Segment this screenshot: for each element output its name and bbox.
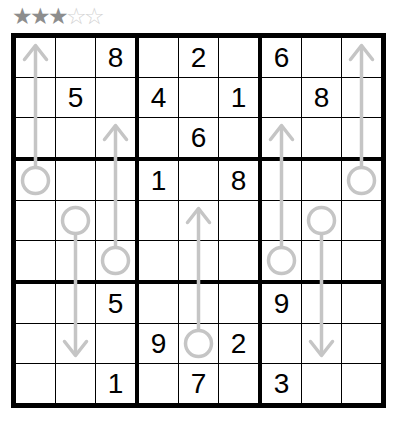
cell-r2c4[interactable]: 4 — [139, 78, 179, 118]
cell-r3c8[interactable] — [302, 118, 342, 161]
cell-r9c1[interactable] — [16, 364, 56, 403]
cell-r7c2[interactable] — [56, 284, 96, 324]
cell-r4c9[interactable] — [342, 161, 381, 201]
cell-r3c5[interactable]: 6 — [179, 118, 219, 161]
cell-r7c5[interactable] — [179, 284, 219, 324]
cell-r7c6[interactable] — [219, 284, 262, 324]
cell-r2c6[interactable]: 1 — [219, 78, 262, 118]
cell-r1c4[interactable] — [139, 38, 179, 78]
cell-r3c3[interactable] — [96, 118, 139, 161]
cell-r6c5[interactable] — [179, 241, 219, 284]
cell-r4c3[interactable] — [96, 161, 139, 201]
cell-r8c4[interactable]: 9 — [139, 324, 179, 364]
cell-r8c9[interactable] — [342, 324, 381, 364]
cell-r2c2[interactable]: 5 — [56, 78, 96, 118]
cell-r6c3[interactable] — [96, 241, 139, 284]
cell-r1c8[interactable] — [302, 38, 342, 78]
cell-r7c7[interactable]: 9 — [262, 284, 302, 324]
cell-r4c6[interactable]: 8 — [219, 161, 262, 201]
cell-r9c2[interactable] — [56, 364, 96, 403]
cell-r3c7[interactable] — [262, 118, 302, 161]
cell-r6c1[interactable] — [16, 241, 56, 284]
cell-r7c3[interactable]: 5 — [96, 284, 139, 324]
cell-r6c9[interactable] — [342, 241, 381, 284]
cell-r5c2[interactable] — [56, 201, 96, 241]
cell-r3c1[interactable] — [16, 118, 56, 161]
cell-r6c2[interactable] — [56, 241, 96, 284]
cell-r5c8[interactable] — [302, 201, 342, 241]
cell-r8c3[interactable] — [96, 324, 139, 364]
cell-r7c8[interactable] — [302, 284, 342, 324]
cell-r1c3[interactable]: 8 — [96, 38, 139, 78]
cell-r9c8[interactable] — [302, 364, 342, 403]
cell-r8c2[interactable] — [56, 324, 96, 364]
cell-r2c7[interactable] — [262, 78, 302, 118]
cell-r9c3[interactable]: 1 — [96, 364, 139, 403]
sudoku-grid: 82654186185992173 — [16, 38, 381, 403]
cell-r5c5[interactable] — [179, 201, 219, 241]
cell-r4c7[interactable] — [262, 161, 302, 201]
star-filled-icon: ★ — [30, 4, 48, 28]
cell-r1c6[interactable] — [219, 38, 262, 78]
cell-r4c5[interactable] — [179, 161, 219, 201]
star-filled-icon: ★ — [12, 4, 30, 28]
star-empty-icon: ☆ — [66, 4, 84, 28]
cell-r9c6[interactable] — [219, 364, 262, 403]
puzzle-page: ★★★☆☆ 82654186185992173 — [0, 0, 398, 421]
cell-r9c9[interactable] — [342, 364, 381, 403]
cell-r1c9[interactable] — [342, 38, 381, 78]
star-filled-icon: ★ — [48, 4, 66, 28]
cell-r2c9[interactable] — [342, 78, 381, 118]
cell-r2c8[interactable]: 8 — [302, 78, 342, 118]
cell-r7c1[interactable] — [16, 284, 56, 324]
cell-r5c9[interactable] — [342, 201, 381, 241]
cell-r9c4[interactable] — [139, 364, 179, 403]
sudoku-board: 82654186185992173 — [11, 33, 386, 408]
cell-r8c8[interactable] — [302, 324, 342, 364]
cell-r4c2[interactable] — [56, 161, 96, 201]
cell-r1c7[interactable]: 6 — [262, 38, 302, 78]
cell-r7c9[interactable] — [342, 284, 381, 324]
cell-r1c5[interactable]: 2 — [179, 38, 219, 78]
cell-r2c5[interactable] — [179, 78, 219, 118]
cell-r5c3[interactable] — [96, 201, 139, 241]
cell-r4c1[interactable] — [16, 161, 56, 201]
cell-r7c4[interactable] — [139, 284, 179, 324]
cell-r3c6[interactable] — [219, 118, 262, 161]
cell-r5c7[interactable] — [262, 201, 302, 241]
cell-r5c1[interactable] — [16, 201, 56, 241]
cell-r6c6[interactable] — [219, 241, 262, 284]
cell-r3c4[interactable] — [139, 118, 179, 161]
cell-r6c7[interactable] — [262, 241, 302, 284]
cell-r8c6[interactable]: 2 — [219, 324, 262, 364]
cell-r8c7[interactable] — [262, 324, 302, 364]
cell-r1c1[interactable] — [16, 38, 56, 78]
cell-r2c3[interactable] — [96, 78, 139, 118]
cell-r5c6[interactable] — [219, 201, 262, 241]
star-empty-icon: ☆ — [84, 4, 102, 28]
cell-r9c5[interactable]: 7 — [179, 364, 219, 403]
cell-r5c4[interactable] — [139, 201, 179, 241]
cell-r8c5[interactable] — [179, 324, 219, 364]
cell-r6c8[interactable] — [302, 241, 342, 284]
cell-r3c2[interactable] — [56, 118, 96, 161]
cell-r3c9[interactable] — [342, 118, 381, 161]
cell-r9c7[interactable]: 3 — [262, 364, 302, 403]
cell-r2c1[interactable] — [16, 78, 56, 118]
cell-r1c2[interactable] — [56, 38, 96, 78]
cell-r4c4[interactable]: 1 — [139, 161, 179, 201]
cell-r8c1[interactable] — [16, 324, 56, 364]
difficulty-rating: ★★★☆☆ — [12, 3, 102, 29]
cell-r6c4[interactable] — [139, 241, 179, 284]
cell-r4c8[interactable] — [302, 161, 342, 201]
